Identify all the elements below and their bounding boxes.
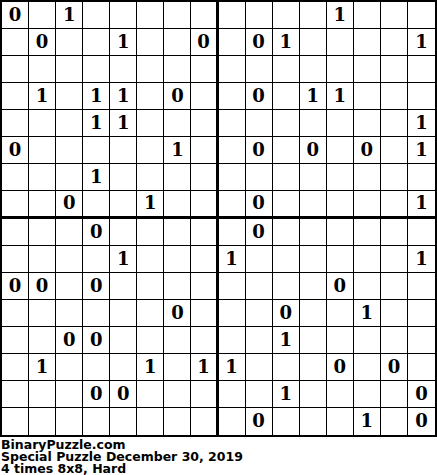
cell-r8c3: 0 [56, 191, 83, 218]
cell-r11c14[interactable] [354, 273, 381, 300]
cell-r4c6[interactable] [137, 83, 164, 110]
cell-r9c8[interactable] [191, 219, 218, 246]
cell-r15c2[interactable] [29, 381, 56, 408]
cell-r13c5[interactable] [110, 327, 137, 354]
cell-r16c15[interactable] [381, 408, 408, 435]
cell-r2c11: 1 [273, 29, 300, 56]
cell-r5c15[interactable] [381, 110, 408, 137]
cell-r8c2[interactable] [29, 191, 56, 218]
cell-r13c11: 1 [273, 327, 300, 354]
cell-r8c8[interactable] [191, 191, 218, 218]
cell-r8c11[interactable] [273, 191, 300, 218]
cell-r7c13[interactable] [327, 164, 354, 191]
cell-r3c3[interactable] [56, 56, 83, 83]
cell-r16c14: 1 [354, 408, 381, 435]
cell-r3c9[interactable] [219, 56, 246, 83]
cell-r4c8[interactable] [191, 83, 218, 110]
cell-r2c1[interactable] [2, 29, 29, 56]
cell-r5c8[interactable] [191, 110, 218, 137]
cell-r5c11[interactable] [273, 110, 300, 137]
cell-r14c8: 1 [191, 354, 218, 381]
cell-r5c7[interactable] [164, 110, 191, 137]
cell-r15c1[interactable] [2, 381, 29, 408]
cell-r8c14[interactable] [354, 191, 381, 218]
cell-r14c6: 1 [137, 354, 164, 381]
cell-r3c8[interactable] [191, 56, 218, 83]
cell-r15c15[interactable] [381, 381, 408, 408]
cell-r1c5[interactable] [110, 2, 137, 29]
cell-r15c3[interactable] [56, 381, 83, 408]
cell-r1c11[interactable] [273, 2, 300, 29]
cell-r8c15[interactable] [381, 191, 408, 218]
cell-r16c11[interactable] [273, 408, 300, 435]
cell-r9c5[interactable] [110, 219, 137, 246]
cell-r3c12[interactable] [300, 56, 327, 83]
cell-r13c3: 0 [56, 327, 83, 354]
cell-r8c13[interactable] [327, 191, 354, 218]
cell-r9c4: 0 [83, 219, 110, 246]
cell-r9c16[interactable] [408, 219, 435, 246]
cell-r11c7[interactable] [164, 273, 191, 300]
cell-r13c15[interactable] [381, 327, 408, 354]
cell-r10c5: 1 [110, 246, 137, 273]
binary-puzzle-board: 0110100111110011111010001101010011100000… [0, 0, 437, 437]
cell-r4c5: 1 [110, 83, 137, 110]
cell-r9c12[interactable] [300, 219, 327, 246]
cell-r10c7[interactable] [164, 246, 191, 273]
cell-r11c8[interactable] [191, 273, 218, 300]
cell-r2c6[interactable] [137, 29, 164, 56]
cell-r13c4: 0 [83, 327, 110, 354]
cell-r3c1[interactable] [2, 56, 29, 83]
cell-r1c16[interactable] [408, 2, 435, 29]
cell-r6c16: 1 [408, 137, 435, 164]
cell-r2c12[interactable] [300, 29, 327, 56]
cell-r7c15[interactable] [381, 164, 408, 191]
cell-r13c7[interactable] [164, 327, 191, 354]
cell-r1c13: 1 [327, 2, 354, 29]
cell-r7c12[interactable] [300, 164, 327, 191]
cell-r16c10: 0 [246, 408, 273, 435]
cell-r11c1: 0 [2, 273, 29, 300]
cell-r5c6[interactable] [137, 110, 164, 137]
cell-r2c3[interactable] [56, 29, 83, 56]
cell-r15c13[interactable] [327, 381, 354, 408]
cell-r5c10[interactable] [246, 110, 273, 137]
cell-r9c3[interactable] [56, 219, 83, 246]
cell-r1c3: 1 [56, 2, 83, 29]
cell-r3c11[interactable] [273, 56, 300, 83]
cell-r5c16: 1 [408, 110, 435, 137]
cell-r8c6: 1 [137, 191, 164, 218]
cell-r10c4[interactable] [83, 246, 110, 273]
cell-r4c9[interactable] [219, 83, 246, 110]
cell-r14c14[interactable] [354, 354, 381, 381]
cell-r9c7[interactable] [164, 219, 191, 246]
cell-r16c5[interactable] [110, 408, 137, 435]
cell-r9c10: 0 [246, 219, 273, 246]
cell-r4c15[interactable] [381, 83, 408, 110]
cell-r9c6[interactable] [137, 219, 164, 246]
cell-r13c1[interactable] [2, 327, 29, 354]
cell-r12c12[interactable] [300, 300, 327, 327]
cell-r13c12[interactable] [300, 327, 327, 354]
cell-r7c3[interactable] [56, 164, 83, 191]
cell-r14c7[interactable] [164, 354, 191, 381]
cell-r16c12[interactable] [300, 408, 327, 435]
cell-r15c7[interactable] [164, 381, 191, 408]
cell-r8c1[interactable] [2, 191, 29, 218]
cell-r12c1[interactable] [2, 300, 29, 327]
cell-r14c5[interactable] [110, 354, 137, 381]
cell-r4c11[interactable] [273, 83, 300, 110]
cell-r9c15[interactable] [381, 219, 408, 246]
cell-r13c14[interactable] [354, 327, 381, 354]
cell-r14c13: 0 [327, 354, 354, 381]
cell-r11c15[interactable] [381, 273, 408, 300]
cell-r1c10[interactable] [246, 2, 273, 29]
cell-r15c5: 0 [110, 381, 137, 408]
cell-r16c2[interactable] [29, 408, 56, 435]
cell-r6c11[interactable] [273, 137, 300, 164]
cell-r4c2: 1 [29, 83, 56, 110]
cell-r14c4[interactable] [83, 354, 110, 381]
cell-r10c10[interactable] [246, 246, 273, 273]
cell-r16c13[interactable] [327, 408, 354, 435]
cell-r1c8[interactable] [191, 2, 218, 29]
cell-r10c16: 1 [408, 246, 435, 273]
cell-r11c10[interactable] [246, 273, 273, 300]
cell-r15c10[interactable] [246, 381, 273, 408]
cell-r15c14[interactable] [354, 381, 381, 408]
cell-r7c4: 1 [83, 164, 110, 191]
cell-r13c13[interactable] [327, 327, 354, 354]
cell-r10c1[interactable] [2, 246, 29, 273]
cell-r8c16: 1 [408, 191, 435, 218]
cell-r2c4[interactable] [83, 29, 110, 56]
cell-r11c3[interactable] [56, 273, 83, 300]
cell-r1c4[interactable] [83, 2, 110, 29]
binary-puzzle-page: 0110100111110011111010001101010011100000… [0, 0, 437, 475]
cell-r16c4[interactable] [83, 408, 110, 435]
cell-r13c8[interactable] [191, 327, 218, 354]
cell-r15c4: 0 [83, 381, 110, 408]
cell-r2c10: 0 [246, 29, 273, 56]
cell-r12c4[interactable] [83, 300, 110, 327]
cell-r12c16[interactable] [408, 300, 435, 327]
cell-r14c10[interactable] [246, 354, 273, 381]
cell-r7c10[interactable] [246, 164, 273, 191]
cell-r10c2[interactable] [29, 246, 56, 273]
cell-r12c8[interactable] [191, 300, 218, 327]
puzzle-footer: BinaryPuzzle.com Special Puzzle December… [0, 437, 437, 475]
cell-r13c2[interactable] [29, 327, 56, 354]
cell-r2c9[interactable] [219, 29, 246, 56]
cell-r6c15[interactable] [381, 137, 408, 164]
cell-r6c12: 0 [300, 137, 327, 164]
cell-r12c14: 1 [354, 300, 381, 327]
cell-r12c5[interactable] [110, 300, 137, 327]
cell-r2c8: 0 [191, 29, 218, 56]
cell-r16c3[interactable] [56, 408, 83, 435]
cell-r7c9[interactable] [219, 164, 246, 191]
cell-r5c4: 1 [83, 110, 110, 137]
cell-r14c12[interactable] [300, 354, 327, 381]
cell-r4c16[interactable] [408, 83, 435, 110]
cell-r13c9[interactable] [219, 327, 246, 354]
cell-r3c6[interactable] [137, 56, 164, 83]
cell-r6c1: 0 [2, 137, 29, 164]
cell-r5c3[interactable] [56, 110, 83, 137]
cell-r4c14[interactable] [354, 83, 381, 110]
cell-r16c6[interactable] [137, 408, 164, 435]
cell-r10c15[interactable] [381, 246, 408, 273]
cell-r1c6[interactable] [137, 2, 164, 29]
cell-r3c5[interactable] [110, 56, 137, 83]
cell-r12c6[interactable] [137, 300, 164, 327]
cell-r8c5[interactable] [110, 191, 137, 218]
cell-r9c13[interactable] [327, 219, 354, 246]
cell-r6c10: 0 [246, 137, 273, 164]
cell-r6c2[interactable] [29, 137, 56, 164]
cell-r8c4[interactable] [83, 191, 110, 218]
cell-r10c3[interactable] [56, 246, 83, 273]
cell-r3c16[interactable] [408, 56, 435, 83]
cell-r12c10[interactable] [246, 300, 273, 327]
cell-r14c9: 1 [219, 354, 246, 381]
cell-r3c7[interactable] [164, 56, 191, 83]
cell-r5c5: 1 [110, 110, 137, 137]
cell-r15c12[interactable] [300, 381, 327, 408]
cell-r9c2[interactable] [29, 219, 56, 246]
cell-r1c12[interactable] [300, 2, 327, 29]
cell-r2c14[interactable] [354, 29, 381, 56]
cell-r8c12[interactable] [300, 191, 327, 218]
cell-r1c14[interactable] [354, 2, 381, 29]
cell-r6c4[interactable] [83, 137, 110, 164]
cell-r2c5: 1 [110, 29, 137, 56]
cell-r14c15: 0 [381, 354, 408, 381]
cell-r12c9[interactable] [219, 300, 246, 327]
cell-r13c16[interactable] [408, 327, 435, 354]
cell-r6c3[interactable] [56, 137, 83, 164]
puzzle-variant-difficulty: 4 times 8x8, Hard [1, 463, 437, 475]
cell-r4c13: 1 [327, 83, 354, 110]
cell-r12c3[interactable] [56, 300, 83, 327]
cell-r3c15[interactable] [381, 56, 408, 83]
cell-r16c16: 0 [408, 408, 435, 435]
cell-r1c15[interactable] [381, 2, 408, 29]
cell-r4c10: 0 [246, 83, 273, 110]
cell-r3c4[interactable] [83, 56, 110, 83]
cell-r4c4: 1 [83, 83, 110, 110]
cell-r2c7[interactable] [164, 29, 191, 56]
cell-r7c16[interactable] [408, 164, 435, 191]
cell-r9c11[interactable] [273, 219, 300, 246]
cell-r6c13[interactable] [327, 137, 354, 164]
cell-r2c13[interactable] [327, 29, 354, 56]
cell-r7c5[interactable] [110, 164, 137, 191]
cell-r10c14[interactable] [354, 246, 381, 273]
cell-r8c7[interactable] [164, 191, 191, 218]
cell-r12c7: 0 [164, 300, 191, 327]
cell-r4c7: 0 [164, 83, 191, 110]
cell-r10c8[interactable] [191, 246, 218, 273]
cell-r8c10: 0 [246, 191, 273, 218]
cell-r7c1[interactable] [2, 164, 29, 191]
cell-r14c3[interactable] [56, 354, 83, 381]
cell-r7c7[interactable] [164, 164, 191, 191]
cell-r8c9[interactable] [219, 191, 246, 218]
cell-r7c14[interactable] [354, 164, 381, 191]
cell-r4c1[interactable] [2, 83, 29, 110]
cell-r11c4: 0 [83, 273, 110, 300]
cell-r5c2[interactable] [29, 110, 56, 137]
cell-r11c9[interactable] [219, 273, 246, 300]
cell-r15c11: 1 [273, 381, 300, 408]
cell-r7c2[interactable] [29, 164, 56, 191]
cell-r14c1[interactable] [2, 354, 29, 381]
cell-r1c2[interactable] [29, 2, 56, 29]
cell-r15c6[interactable] [137, 381, 164, 408]
cell-r6c5[interactable] [110, 137, 137, 164]
cell-r3c13[interactable] [327, 56, 354, 83]
cell-r9c9[interactable] [219, 219, 246, 246]
cell-r2c16: 1 [408, 29, 435, 56]
cell-r14c2: 1 [29, 354, 56, 381]
cell-r7c8[interactable] [191, 164, 218, 191]
cell-r10c6[interactable] [137, 246, 164, 273]
cell-r1c7[interactable] [164, 2, 191, 29]
cell-r11c2: 0 [29, 273, 56, 300]
cell-r16c8[interactable] [191, 408, 218, 435]
cell-r12c13[interactable] [327, 300, 354, 327]
cell-r3c2[interactable] [29, 56, 56, 83]
cell-r9c14[interactable] [354, 219, 381, 246]
cell-r14c16[interactable] [408, 354, 435, 381]
cell-r11c5[interactable] [110, 273, 137, 300]
cell-r6c7: 1 [164, 137, 191, 164]
cell-r5c13[interactable] [327, 110, 354, 137]
cell-r5c14[interactable] [354, 110, 381, 137]
cell-r3c14[interactable] [354, 56, 381, 83]
cell-r11c13: 0 [327, 273, 354, 300]
cell-r7c11[interactable] [273, 164, 300, 191]
cell-r6c8[interactable] [191, 137, 218, 164]
cell-r2c15[interactable] [381, 29, 408, 56]
cell-r12c15[interactable] [381, 300, 408, 327]
cell-r11c6[interactable] [137, 273, 164, 300]
cell-r13c10[interactable] [246, 327, 273, 354]
cell-r6c6[interactable] [137, 137, 164, 164]
cell-r4c12: 1 [300, 83, 327, 110]
cell-r10c9: 1 [219, 246, 246, 273]
cell-r14c11[interactable] [273, 354, 300, 381]
cell-r6c9[interactable] [219, 137, 246, 164]
cell-r1c9[interactable] [219, 2, 246, 29]
cell-r16c1[interactable] [2, 408, 29, 435]
cell-r9c1[interactable] [2, 219, 29, 246]
cell-r7c6[interactable] [137, 164, 164, 191]
cell-r16c9[interactable] [219, 408, 246, 435]
cell-r3c10[interactable] [246, 56, 273, 83]
cell-r11c16[interactable] [408, 273, 435, 300]
cell-r6c14: 0 [354, 137, 381, 164]
cell-r10c12[interactable] [300, 246, 327, 273]
cell-r16c7[interactable] [164, 408, 191, 435]
cell-r11c11[interactable] [273, 273, 300, 300]
cell-r12c2[interactable] [29, 300, 56, 327]
cell-r11c12[interactable] [300, 273, 327, 300]
cell-r2c2: 0 [29, 29, 56, 56]
cell-r5c1[interactable] [2, 110, 29, 137]
cell-r1c1: 0 [2, 2, 29, 29]
cell-r10c13[interactable] [327, 246, 354, 273]
cell-r4c3[interactable] [56, 83, 83, 110]
cell-r15c9[interactable] [219, 381, 246, 408]
cell-r15c16: 0 [408, 381, 435, 408]
cell-r12c11: 0 [273, 300, 300, 327]
cell-r5c9[interactable] [219, 110, 246, 137]
cell-r15c8[interactable] [191, 381, 218, 408]
cell-r10c11[interactable] [273, 246, 300, 273]
cell-r13c6[interactable] [137, 327, 164, 354]
cell-r5c12[interactable] [300, 110, 327, 137]
